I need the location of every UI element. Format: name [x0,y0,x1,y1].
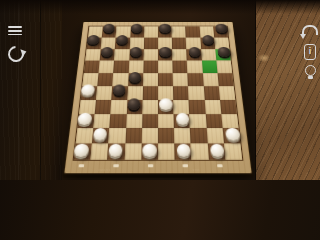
square-light [187,61,202,73]
black-man[interactable] [159,47,171,57]
black-man[interactable] [129,72,142,83]
square-light [144,26,158,37]
black-man[interactable] [100,47,113,57]
black-man[interactable] [127,98,140,110]
checkers-app: { "game": "international-draughts-10x10"… [0,0,320,180]
square-5[interactable] [213,26,228,37]
frame-coordinate-mark [78,164,84,167]
square-35[interactable] [220,100,237,114]
square-16[interactable] [84,61,100,73]
square-46[interactable] [74,144,92,160]
square-29[interactable] [173,86,189,99]
square-light [96,86,112,99]
square-37[interactable] [110,114,127,129]
square-40[interactable] [205,114,222,129]
table-shadow-top [0,0,320,14]
white-man[interactable] [176,143,190,156]
square-light [173,73,188,86]
square-light [126,114,142,129]
square-13[interactable] [158,49,173,61]
square-15[interactable] [215,49,231,61]
board-frame: ······· ···· [63,21,253,174]
black-man[interactable] [202,35,215,45]
square-light [114,49,129,61]
square-light [216,61,232,73]
square-20[interactable] [202,61,218,73]
square-2[interactable] [130,26,144,37]
square-light [158,114,174,129]
white-man[interactable] [78,113,93,125]
square-50[interactable] [207,144,225,160]
black-man[interactable] [159,24,171,33]
square-light [124,144,141,160]
square-light [188,86,204,99]
frame-text-left: ······· [98,168,111,172]
square-7[interactable] [115,37,130,49]
white-man[interactable] [225,128,240,141]
draughts-board: ······· ···· [63,21,253,174]
info-icon[interactable]: i [304,44,316,60]
square-light [99,61,115,73]
white-man[interactable] [108,143,123,156]
square-26[interactable] [81,86,98,99]
square-32[interactable] [126,100,142,114]
black-man[interactable] [130,47,142,57]
white-man[interactable] [74,143,89,156]
square-18[interactable] [143,61,158,73]
square-47[interactable] [107,144,125,160]
white-man[interactable] [93,128,108,141]
square-light [173,100,189,114]
square-light [111,100,127,114]
white-man[interactable] [210,143,225,156]
square-light [158,61,173,73]
square-14[interactable] [187,49,202,61]
square-light [94,114,111,129]
square-48[interactable] [141,144,158,160]
square-25[interactable] [217,73,233,86]
hint-lightbulb-icon[interactable] [305,65,316,76]
white-man[interactable] [159,98,172,110]
square-10[interactable] [200,37,215,49]
square-light [142,128,158,143]
frame-coordinate-mark [217,164,223,167]
square-11[interactable] [100,49,115,61]
square-light [85,49,101,61]
square-1[interactable] [102,26,117,37]
black-man[interactable] [215,24,228,33]
black-man[interactable] [116,35,128,45]
square-3[interactable] [158,26,172,37]
square-12[interactable] [129,49,144,61]
square-44[interactable] [190,128,207,143]
frame-coordinate-mark [183,164,189,167]
square-light [79,100,96,114]
square-light [142,100,158,114]
square-49[interactable] [174,144,191,160]
frame-coordinate-mark [148,164,154,167]
white-man[interactable] [142,143,156,156]
white-man[interactable] [81,85,95,96]
square-light [172,49,187,61]
black-man[interactable] [112,85,125,96]
square-light [172,26,186,37]
square-36[interactable] [77,114,94,129]
frame-coordinate-mark [113,164,119,167]
square-light [221,114,238,129]
black-man[interactable] [131,24,143,33]
square-22[interactable] [128,73,143,86]
square-light [203,73,219,86]
square-4[interactable] [185,26,200,37]
square-45[interactable] [222,128,240,143]
square-light [143,49,158,61]
square-light [158,144,175,160]
square-6[interactable] [87,37,102,49]
square-38[interactable] [142,114,158,129]
square-33[interactable] [158,100,174,114]
square-8[interactable] [144,37,158,49]
black-man[interactable] [87,35,100,45]
square-31[interactable] [95,100,112,114]
square-light [190,114,207,129]
square-light [201,49,216,61]
square-light [143,73,158,86]
square-light [224,144,242,160]
black-man[interactable] [102,24,114,33]
square-19[interactable] [173,61,188,73]
square-24[interactable] [188,73,204,86]
menu-icon[interactable] [8,26,22,37]
square-23[interactable] [158,73,173,86]
black-man[interactable] [217,47,230,57]
frame-text-right: ···· [193,168,200,172]
square-43[interactable] [158,128,174,143]
square-27[interactable] [112,86,128,99]
square-light [109,128,126,143]
square-28[interactable] [143,86,158,99]
board-grid [73,26,244,161]
square-34[interactable] [189,100,205,114]
square-9[interactable] [172,37,187,49]
square-light [206,128,224,143]
square-39[interactable] [174,114,190,129]
black-man[interactable] [188,47,201,57]
white-man[interactable] [176,113,190,125]
square-42[interactable] [125,128,142,143]
square-light [174,128,191,143]
square-light [219,86,236,99]
undo-icon[interactable] [302,25,318,35]
square-light [204,100,221,114]
square-light [91,144,109,160]
square-21[interactable] [97,73,113,86]
square-light [191,144,209,160]
square-light [76,128,94,143]
square-17[interactable] [113,61,128,73]
square-30[interactable] [203,86,219,99]
square-41[interactable] [92,128,110,143]
